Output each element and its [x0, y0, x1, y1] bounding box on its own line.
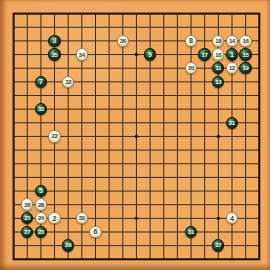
stone-black-11[interactable]: 11 [212, 62, 224, 74]
stone-white-16[interactable]: 16 [239, 35, 251, 47]
stone-white-2[interactable]: 2 [48, 212, 60, 224]
stone-white-36[interactable]: 36 [117, 35, 129, 47]
stone-black-29[interactable]: 29 [62, 239, 74, 251]
stone-white-28[interactable]: 28 [35, 198, 47, 210]
stone-white-30[interactable]: 30 [76, 212, 88, 224]
stone-black-23[interactable]: 23 [35, 226, 47, 238]
stone-white-20[interactable]: 20 [185, 62, 197, 74]
stone-black-15[interactable]: 15 [239, 48, 251, 60]
stone-white-22[interactable]: 22 [48, 130, 60, 142]
stone-black-37[interactable]: 37 [212, 239, 224, 251]
stone-white-18[interactable]: 18 [212, 35, 224, 47]
stone-white-6[interactable]: 6 [89, 226, 101, 238]
stone-white-34[interactable]: 34 [76, 48, 88, 60]
stone-black-9[interactable]: 9 [144, 48, 156, 60]
stone-white-10[interactable]: 10 [212, 48, 224, 60]
stone-white-26[interactable]: 26 [21, 198, 33, 210]
stone-black-31[interactable]: 31 [185, 226, 197, 238]
stone-black-5[interactable]: 5 [35, 185, 47, 197]
stone-white-24[interactable]: 24 [35, 212, 47, 224]
stone-black-19[interactable]: 19 [239, 62, 251, 74]
stones-layer[interactable]: 1234567891011121314151617181920212223242… [7, 7, 266, 266]
stone-black-17[interactable]: 17 [198, 48, 210, 60]
stone-black-7[interactable]: 7 [35, 76, 47, 88]
stone-black-33[interactable]: 33 [35, 103, 47, 115]
stone-white-32[interactable]: 32 [62, 76, 74, 88]
stone-black-21[interactable]: 21 [226, 117, 238, 129]
stone-black-35[interactable]: 35 [48, 48, 60, 60]
stone-black-1[interactable]: 1 [226, 48, 238, 60]
stone-white-4[interactable]: 4 [226, 212, 238, 224]
stone-black-25[interactable]: 25 [21, 212, 33, 224]
stone-black-3[interactable]: 3 [48, 35, 60, 47]
stone-white-14[interactable]: 14 [226, 35, 238, 47]
stone-black-13[interactable]: 13 [212, 76, 224, 88]
stone-black-27[interactable]: 27 [21, 226, 33, 238]
stone-white-12[interactable]: 12 [226, 62, 238, 74]
go-board-screenshot: 1234567891011121314151617181920212223242… [0, 0, 270, 270]
stone-white-8[interactable]: 8 [185, 35, 197, 47]
